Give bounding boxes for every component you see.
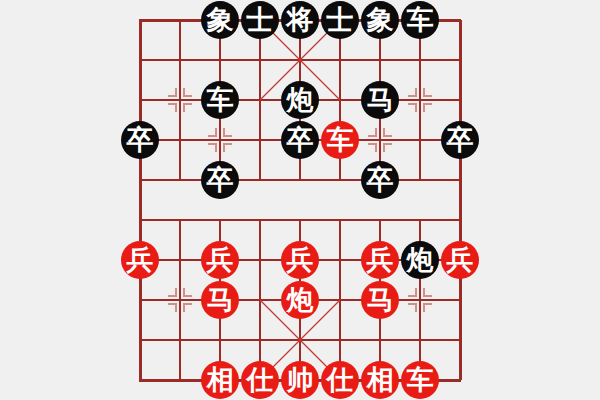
board-point[interactable] — [440, 0, 480, 40]
board-point[interactable]: 兵 — [200, 240, 240, 280]
board-point[interactable] — [440, 200, 480, 240]
piece-black-horse[interactable]: 马 — [361, 81, 399, 119]
piece-black-cannon[interactable]: 炮 — [281, 81, 319, 119]
piece-red-soldier[interactable]: 兵 — [201, 241, 239, 279]
board-point[interactable] — [240, 200, 280, 240]
board-point[interactable] — [360, 320, 400, 360]
board-point[interactable] — [240, 320, 280, 360]
piece-black-cannon[interactable]: 炮 — [401, 241, 439, 279]
board-point[interactable] — [320, 160, 360, 200]
board-point[interactable] — [320, 80, 360, 120]
board-point[interactable] — [280, 40, 320, 80]
board-point[interactable]: 卒 — [360, 160, 400, 200]
board-point[interactable] — [440, 320, 480, 360]
board-point[interactable]: 兵 — [280, 240, 320, 280]
board-point[interactable] — [360, 40, 400, 80]
board-point[interactable]: 车 — [400, 0, 440, 40]
board-point[interactable] — [320, 320, 360, 360]
piece-red-chariot[interactable]: 车 — [321, 121, 359, 159]
board-point[interactable] — [120, 0, 160, 40]
board-point[interactable] — [120, 160, 160, 200]
board-point[interactable]: 象 — [360, 0, 400, 40]
board-point[interactable] — [320, 40, 360, 80]
board-point[interactable] — [160, 280, 200, 320]
board-point[interactable] — [400, 200, 440, 240]
board-point[interactable] — [440, 280, 480, 320]
board-point[interactable] — [160, 80, 200, 120]
piece-black-soldier[interactable]: 卒 — [201, 161, 239, 199]
board-point[interactable]: 士 — [320, 0, 360, 40]
board-point[interactable] — [160, 40, 200, 80]
piece-red-advisor[interactable]: 仕 — [241, 361, 279, 399]
board-point[interactable] — [400, 320, 440, 360]
board-point[interactable]: 炮 — [280, 280, 320, 320]
piece-black-soldier[interactable]: 卒 — [441, 121, 479, 159]
board-point[interactable]: 将 — [280, 0, 320, 40]
board-point[interactable] — [200, 200, 240, 240]
board-point[interactable]: 马 — [360, 80, 400, 120]
board-point[interactable]: 车 — [200, 80, 240, 120]
piece-black-advisor[interactable]: 士 — [321, 1, 359, 39]
board-point[interactable] — [400, 160, 440, 200]
board-point[interactable]: 兵 — [440, 240, 480, 280]
board-point[interactable] — [120, 40, 160, 80]
board-point[interactable]: 兵 — [360, 240, 400, 280]
piece-red-horse[interactable]: 马 — [361, 281, 399, 319]
board-point[interactable]: 炮 — [400, 240, 440, 280]
board-point[interactable] — [240, 240, 280, 280]
piece-red-elephant[interactable]: 相 — [361, 361, 399, 399]
board-point[interactable]: 兵 — [120, 240, 160, 280]
board-point[interactable] — [120, 320, 160, 360]
piece-black-elephant[interactable]: 象 — [201, 1, 239, 39]
board-point[interactable] — [360, 200, 400, 240]
piece-red-elephant[interactable]: 相 — [201, 361, 239, 399]
piece-red-advisor[interactable]: 仕 — [321, 361, 359, 399]
board-point[interactable]: 士 — [240, 0, 280, 40]
board-point[interactable]: 相 — [360, 360, 400, 400]
board-point[interactable] — [440, 360, 480, 400]
board-point[interactable] — [160, 120, 200, 160]
board-point[interactable]: 象 — [200, 0, 240, 40]
piece-red-cannon[interactable]: 炮 — [281, 281, 319, 319]
board-point[interactable] — [280, 320, 320, 360]
board-point[interactable] — [160, 160, 200, 200]
board-point[interactable] — [280, 200, 320, 240]
board-point[interactable]: 相 — [200, 360, 240, 400]
piece-black-advisor[interactable]: 士 — [241, 1, 279, 39]
board-point[interactable] — [440, 160, 480, 200]
piece-black-soldier[interactable]: 卒 — [281, 121, 319, 159]
board-point[interactable]: 卒 — [440, 120, 480, 160]
board-point[interactable]: 卒 — [200, 160, 240, 200]
piece-red-soldier[interactable]: 兵 — [281, 241, 319, 279]
board-point[interactable] — [440, 40, 480, 80]
board-point[interactable] — [320, 280, 360, 320]
board-point[interactable]: 车 — [320, 120, 360, 160]
board-point[interactable] — [240, 160, 280, 200]
piece-red-general[interactable]: 帅 — [281, 361, 319, 399]
board-point[interactable] — [160, 0, 200, 40]
board-point[interactable] — [120, 280, 160, 320]
piece-red-soldier[interactable]: 兵 — [121, 241, 159, 279]
board-point[interactable] — [160, 320, 200, 360]
board-point[interactable] — [200, 120, 240, 160]
board-point[interactable] — [240, 80, 280, 120]
board-point[interactable] — [440, 80, 480, 120]
board-point[interactable]: 马 — [200, 280, 240, 320]
piece-black-chariot[interactable]: 车 — [401, 1, 439, 39]
piece-black-general[interactable]: 将 — [281, 1, 319, 39]
board-point[interactable] — [120, 360, 160, 400]
board-point[interactable] — [160, 200, 200, 240]
board-point[interactable] — [400, 280, 440, 320]
board-point[interactable] — [160, 360, 200, 400]
board-point[interactable]: 马 — [360, 280, 400, 320]
piece-black-soldier[interactable]: 卒 — [121, 121, 159, 159]
board-point[interactable]: 卒 — [120, 120, 160, 160]
piece-red-soldier[interactable]: 兵 — [441, 241, 479, 279]
board-point[interactable] — [120, 200, 160, 240]
board-point[interactable]: 帅 — [280, 360, 320, 400]
board-point[interactable] — [360, 120, 400, 160]
board-point[interactable]: 仕 — [240, 360, 280, 400]
board-point[interactable] — [160, 240, 200, 280]
board-point[interactable] — [320, 240, 360, 280]
piece-black-chariot[interactable]: 车 — [201, 81, 239, 119]
board-point[interactable] — [280, 160, 320, 200]
pieces-grid: 象士将士象车车炮马卒卒车卒卒卒兵兵兵兵炮兵马炮马相仕帅仕相车 — [120, 0, 480, 400]
board-point[interactable] — [400, 80, 440, 120]
xiangqi-board: 象士将士象车车炮马卒卒车卒卒卒兵兵兵兵炮兵马炮马相仕帅仕相车 — [0, 0, 600, 400]
board-point[interactable]: 卒 — [280, 120, 320, 160]
piece-black-soldier[interactable]: 卒 — [361, 161, 399, 199]
board-point[interactable] — [320, 200, 360, 240]
board-point[interactable] — [240, 280, 280, 320]
board-point[interactable] — [240, 120, 280, 160]
board-point[interactable] — [200, 40, 240, 80]
board-point[interactable] — [400, 40, 440, 80]
piece-black-elephant[interactable]: 象 — [361, 1, 399, 39]
board-point[interactable]: 仕 — [320, 360, 360, 400]
piece-red-chariot[interactable]: 车 — [401, 361, 439, 399]
board-point[interactable]: 炮 — [280, 80, 320, 120]
piece-red-horse[interactable]: 马 — [201, 281, 239, 319]
board-point[interactable] — [240, 40, 280, 80]
board-point[interactable] — [400, 120, 440, 160]
piece-red-soldier[interactable]: 兵 — [361, 241, 399, 279]
board-point[interactable] — [120, 80, 160, 120]
board-point[interactable] — [200, 320, 240, 360]
board-point[interactable]: 车 — [400, 360, 440, 400]
